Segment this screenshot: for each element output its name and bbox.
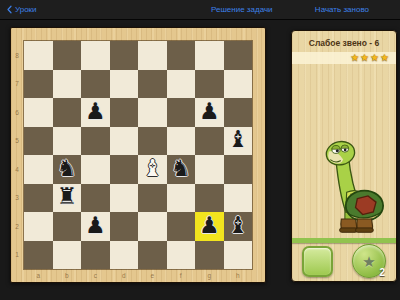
rank-label-6: 6 [11,98,23,127]
square-h4[interactable] [224,155,253,184]
square-a7[interactable] [24,70,53,99]
piece-black-rook[interactable]: ♜ [56,185,77,208]
piece-black-pawn[interactable]: ♟ [85,214,106,237]
rank-labels: 87654321 [11,41,23,269]
square-b8[interactable] [53,41,82,70]
piece-black-pawn[interactable]: ♟ [199,214,220,237]
hint-button[interactable]: ★ 2 [352,244,386,278]
square-d6[interactable] [110,98,139,127]
square-f6[interactable] [167,98,196,127]
square-b5[interactable] [53,127,82,156]
chess-board: 87654321 abcdefgh ♟♟♝♞♝♞♜♟♟♝ [10,27,266,283]
nav-title: Решение задачи [211,0,273,19]
square-b4[interactable]: ♞ [53,155,82,184]
rank-label-3: 3 [11,184,23,213]
piece-black-pawn[interactable]: ♟ [85,100,106,123]
hint-count-badge: 2 [379,267,385,278]
square-e6[interactable] [138,98,167,127]
square-h3[interactable] [224,184,253,213]
rank-label-8: 8 [11,41,23,70]
square-b3[interactable]: ♜ [53,184,82,213]
back-chevron-icon [7,5,12,14]
file-label-g: g [195,270,224,282]
square-f1[interactable] [167,241,196,270]
rank-label-5: 5 [11,127,23,156]
square-a1[interactable] [24,241,53,270]
piece-black-bishop[interactable]: ♝ [227,128,248,151]
square-d4[interactable] [110,155,139,184]
square-f3[interactable] [167,184,196,213]
square-g2[interactable]: ♟ [195,212,224,241]
piece-black-bishop[interactable]: ♝ [227,214,248,237]
rank-label-7: 7 [11,70,23,99]
file-labels: abcdefgh [24,270,252,282]
square-a8[interactable] [24,41,53,70]
square-e4[interactable]: ♝ [138,155,167,184]
file-label-d: d [110,270,139,282]
square-d7[interactable] [110,70,139,99]
square-d1[interactable] [110,241,139,270]
square-c4[interactable] [81,155,110,184]
square-b1[interactable] [53,241,82,270]
navigation-bar: Уроки Решение задачи Начать заново [0,0,400,20]
square-a3[interactable] [24,184,53,213]
square-g6[interactable]: ♟ [195,98,224,127]
square-e3[interactable] [138,184,167,213]
square-g5[interactable] [195,127,224,156]
square-c6[interactable]: ♟ [81,98,110,127]
square-c2[interactable]: ♟ [81,212,110,241]
square-g7[interactable] [195,70,224,99]
panel-title: Слабое звено - 6 [292,38,396,48]
square-c8[interactable] [81,41,110,70]
restart-button[interactable]: Начать заново [315,0,369,19]
square-c7[interactable] [81,70,110,99]
square-e1[interactable] [138,241,167,270]
square-h1[interactable] [224,241,253,270]
square-c5[interactable] [81,127,110,156]
file-label-e: e [138,270,167,282]
rank-label-2: 2 [11,212,23,241]
square-g3[interactable] [195,184,224,213]
square-h5[interactable]: ♝ [224,127,253,156]
square-a2[interactable] [24,212,53,241]
square-b2[interactable] [53,212,82,241]
square-e8[interactable] [138,41,167,70]
square-g1[interactable] [195,241,224,270]
secondary-action-button[interactable] [302,246,333,277]
square-c3[interactable] [81,184,110,213]
piece-black-pawn[interactable]: ♟ [199,100,220,123]
nav-back-button[interactable]: Уроки [7,0,37,19]
rating-strip: ★★★★ [292,52,396,64]
square-h6[interactable] [224,98,253,127]
panel-buttons: ★ 2 [292,243,396,279]
square-a4[interactable] [24,155,53,184]
square-h8[interactable] [224,41,253,70]
board-grid: ♟♟♝♞♝♞♜♟♟♝ [23,40,253,270]
nav-back-label: Уроки [15,5,37,14]
file-label-b: b [53,270,82,282]
square-f5[interactable] [167,127,196,156]
square-b7[interactable] [53,70,82,99]
file-label-c: c [81,270,110,282]
square-d3[interactable] [110,184,139,213]
piece-white-bishop[interactable]: ♝ [142,157,163,180]
square-h7[interactable] [224,70,253,99]
square-g4[interactable] [195,155,224,184]
square-e2[interactable] [138,212,167,241]
square-f2[interactable] [167,212,196,241]
square-e7[interactable] [138,70,167,99]
rank-label-4: 4 [11,155,23,184]
file-label-f: f [167,270,196,282]
turtle-character [304,127,384,239]
square-a5[interactable] [24,127,53,156]
square-f7[interactable] [167,70,196,99]
file-label-a: a [24,270,53,282]
side-panel: Слабое звено - 6 ★★★★ [291,30,397,282]
star-icon: ★ [362,254,375,269]
square-f4[interactable]: ♞ [167,155,196,184]
square-e5[interactable] [138,127,167,156]
piece-black-knight[interactable]: ♞ [170,157,191,180]
app-screen: Уроки Решение задачи Начать заново 87654… [0,0,400,300]
square-c1[interactable] [81,241,110,270]
square-d5[interactable] [110,127,139,156]
square-g8[interactable] [195,41,224,70]
square-a6[interactable] [24,98,53,127]
square-f8[interactable] [167,41,196,70]
square-d8[interactable] [110,41,139,70]
rating-stars-icon: ★★★★ [350,53,390,63]
file-label-h: h [224,270,253,282]
square-h2[interactable]: ♝ [224,212,253,241]
piece-black-knight[interactable]: ♞ [56,157,77,180]
rank-label-1: 1 [11,241,23,270]
square-d2[interactable] [110,212,139,241]
square-b6[interactable] [53,98,82,127]
